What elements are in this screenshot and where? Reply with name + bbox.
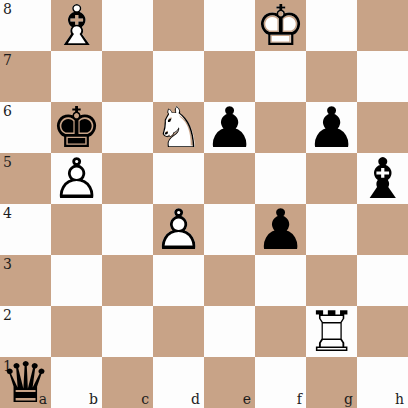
square-c2[interactable] [102, 306, 153, 357]
rank-label-4: 4 [3, 206, 12, 220]
square-e6[interactable]: ♟ [204, 102, 255, 153]
square-a7[interactable]: 7 [0, 51, 51, 102]
square-c6[interactable] [102, 102, 153, 153]
file-label-e: e [243, 392, 251, 406]
square-f3[interactable] [255, 255, 306, 306]
square-c8[interactable] [102, 0, 153, 51]
square-b3[interactable] [51, 255, 102, 306]
square-c3[interactable] [102, 255, 153, 306]
square-c7[interactable] [102, 51, 153, 102]
square-f7[interactable] [255, 51, 306, 102]
file-label-d: d [191, 392, 200, 406]
square-d4[interactable]: ♟♙ [153, 204, 204, 255]
square-h7[interactable] [357, 51, 408, 102]
square-e2[interactable] [204, 306, 255, 357]
rank-label-3: 3 [3, 257, 12, 271]
square-b4[interactable] [51, 204, 102, 255]
square-f8[interactable]: ♚♔ [255, 0, 306, 51]
square-d6[interactable]: ♞♘ [153, 102, 204, 153]
square-g1[interactable]: g [306, 357, 357, 408]
square-f4[interactable]: ♟ [255, 204, 306, 255]
square-e8[interactable] [204, 0, 255, 51]
square-g8[interactable] [306, 0, 357, 51]
square-a4[interactable]: 4 [0, 204, 51, 255]
white-piece-outline: ♙ [51, 153, 102, 204]
square-e3[interactable] [204, 255, 255, 306]
white-knight-piece[interactable]: ♞♘ [153, 102, 204, 153]
square-g5[interactable] [306, 153, 357, 204]
square-e1[interactable]: e [204, 357, 255, 408]
square-c4[interactable] [102, 204, 153, 255]
white-bishop-piece[interactable]: ♝♗ [51, 0, 102, 51]
square-h4[interactable] [357, 204, 408, 255]
square-g4[interactable] [306, 204, 357, 255]
file-label-c: c [141, 392, 149, 406]
black-bishop-piece[interactable]: ♝ [357, 153, 408, 204]
file-label-h: h [395, 392, 404, 406]
square-h8[interactable] [357, 0, 408, 51]
white-piece-outline: ♔ [255, 0, 306, 51]
rank-label-8: 8 [3, 2, 12, 16]
white-king-piece[interactable]: ♚♔ [255, 0, 306, 51]
rank-label-6: 6 [3, 104, 12, 118]
white-rook-piece[interactable]: ♜♖ [306, 306, 357, 357]
file-label-g: g [344, 392, 353, 406]
square-b5[interactable]: ♟♙ [51, 153, 102, 204]
file-label-b: b [89, 392, 98, 406]
square-f1[interactable]: f [255, 357, 306, 408]
rank-label-2: 2 [3, 308, 12, 322]
square-d3[interactable] [153, 255, 204, 306]
square-b2[interactable] [51, 306, 102, 357]
white-piece-outline: ♘ [153, 102, 204, 153]
square-c5[interactable] [102, 153, 153, 204]
white-piece-outline: ♗ [51, 0, 102, 51]
square-d8[interactable] [153, 0, 204, 51]
square-e5[interactable] [204, 153, 255, 204]
black-piece-glyph: ♟ [255, 204, 306, 255]
rank-label-5: 5 [3, 155, 12, 169]
square-g6[interactable]: ♟ [306, 102, 357, 153]
square-f6[interactable] [255, 102, 306, 153]
square-e4[interactable] [204, 204, 255, 255]
white-pawn-piece[interactable]: ♟♙ [153, 204, 204, 255]
square-a5[interactable]: 5 [0, 153, 51, 204]
square-h5[interactable]: ♝ [357, 153, 408, 204]
white-pawn-piece[interactable]: ♟♙ [51, 153, 102, 204]
square-h2[interactable] [357, 306, 408, 357]
square-h1[interactable]: h [357, 357, 408, 408]
rank-label-7: 7 [3, 53, 12, 67]
square-b1[interactable]: b [51, 357, 102, 408]
black-pawn-piece[interactable]: ♟ [204, 102, 255, 153]
black-pawn-piece[interactable]: ♟ [306, 102, 357, 153]
square-g2[interactable]: ♜♖ [306, 306, 357, 357]
square-b8[interactable]: ♝♗ [51, 0, 102, 51]
black-pawn-piece[interactable]: ♟ [255, 204, 306, 255]
square-a6[interactable]: 6 [0, 102, 51, 153]
black-piece-glyph: ♟ [204, 102, 255, 153]
square-d2[interactable] [153, 306, 204, 357]
square-a1[interactable]: 1a♛ [0, 357, 51, 408]
square-h3[interactable] [357, 255, 408, 306]
black-piece-glyph: ♝ [357, 153, 408, 204]
square-a3[interactable]: 3 [0, 255, 51, 306]
square-c1[interactable]: c [102, 357, 153, 408]
chess-board: 8♝♗♚♔76♚♞♘♟♟5♟♙♝4♟♙♟32♜♖1a♛bcdefgh [0, 0, 408, 408]
square-d1[interactable]: d [153, 357, 204, 408]
black-piece-glyph: ♛ [0, 357, 51, 408]
white-piece-outline: ♙ [153, 204, 204, 255]
square-f2[interactable] [255, 306, 306, 357]
black-piece-glyph: ♟ [306, 102, 357, 153]
white-piece-outline: ♖ [306, 306, 357, 357]
file-label-f: f [297, 392, 302, 406]
black-queen-piece[interactable]: ♛ [0, 357, 51, 408]
square-a8[interactable]: 8 [0, 0, 51, 51]
